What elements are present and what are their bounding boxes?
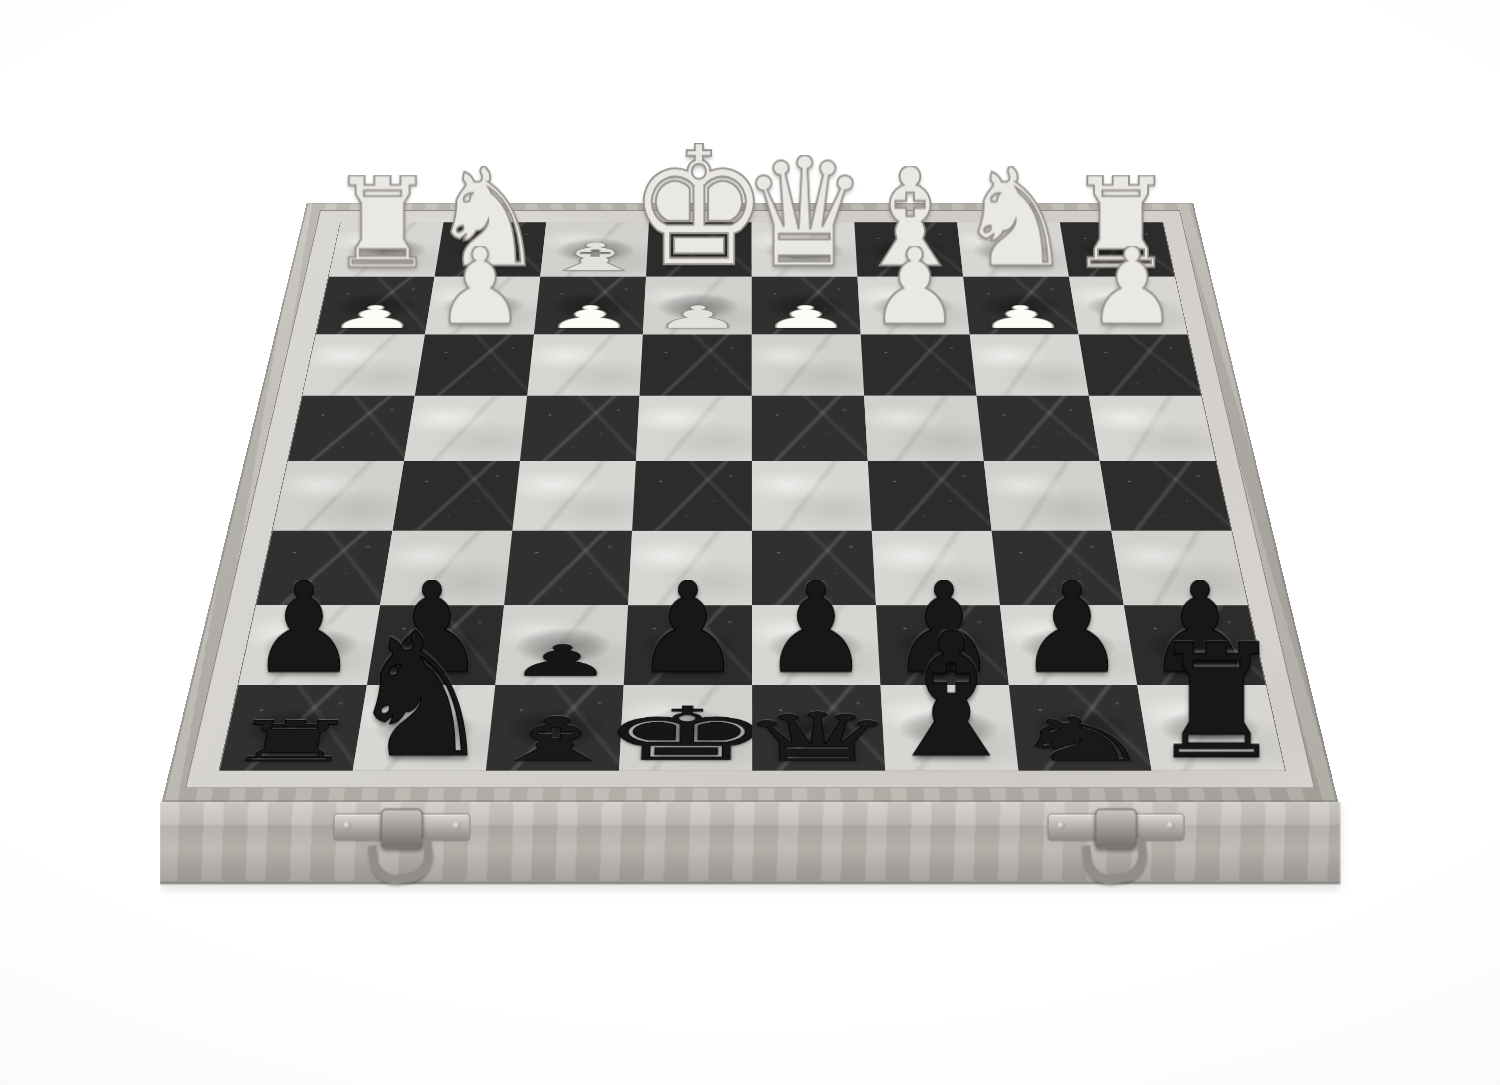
screw-icon [1167,821,1175,829]
screw-icon [1057,821,1065,829]
piece-black-knight: ♞ [927,716,1237,764]
piece-shadow [1141,628,1247,665]
square-f7: ♟ [495,605,628,685]
square-d7: ♟ [752,605,880,685]
square-f1: ♝ [540,222,649,276]
square-h3 [302,334,424,395]
square-f2: ♟ [534,277,646,335]
square-e8: ♚ [619,685,752,771]
square-c1: ♝ [854,222,963,276]
wooden-box-lid: ♜♞♝♚♛♝♞♜♟♟♟♟♟♟♟♟♟♟♟♟♟♟♟♟♜♞♝♚♛♝♞♜ [162,203,1338,802]
piece-white-rook: ♜ [999,174,1243,272]
square-c6 [872,531,1000,605]
piece-shadow [343,238,429,263]
piece-shadow [766,709,869,748]
square-h7: ♟ [239,605,381,685]
piece-white-pawn: ♟ [246,305,500,329]
square-a6 [1111,531,1247,605]
piece-shadow [448,238,533,263]
piece-shadow [331,293,420,320]
piece-shadow [891,628,993,665]
square-a4 [1089,396,1216,461]
piece-shadow [635,709,738,748]
box-front-face [160,802,1341,885]
photograph-scene: ♜♞♝♚♛♝♞♜♟♟♟♟♟♟♟♟♟♟♟♟♟♟♟♟♜♞♝♚♛♝♞♜ [0,0,1500,1085]
piece-shadow [1016,628,1120,665]
piece-shadow [547,293,633,320]
square-g6 [380,531,512,605]
piece-white-queen: ♛ [683,154,927,272]
perspective-wrapper: ♜♞♝♚♛♝♞♜♟♟♟♟♟♟♟♟♟♟♟♟♟♟♟♟♜♞♝♚♛♝♞♜ [0,0,1500,1085]
square-f5 [512,461,636,531]
piece-shadow [658,238,740,263]
clasp-right [1047,811,1184,846]
piece-white-bishop: ♝ [472,242,716,272]
square-d2: ♟ [752,277,861,335]
chess-board: ♜♞♝♚♛♝♞♜♟♟♟♟♟♟♟♟♟♟♟♟♟♟♟♟♜♞♝♚♛♝♞♜ [218,222,1286,771]
square-d5 [752,461,872,531]
piece-white-knight: ♞ [366,166,610,272]
piece-white-pawn: ♟ [896,305,1149,329]
square-g2: ♟ [425,277,540,335]
piece-white-pawn: ♟ [681,305,932,329]
piece-shadow [553,238,636,263]
piece-shadow [970,238,1055,263]
clasp-loop [1081,837,1150,888]
square-b4 [977,396,1100,461]
square-f6 [504,531,632,605]
square-e6 [628,531,752,605]
square-g8: ♞ [353,685,496,771]
marble-slab: ♜♞♝♚♛♝♞♜♟♟♟♟♟♟♟♟♟♟♟♟♟♟♟♟♜♞♝♚♛♝♞♜ [185,210,1315,788]
square-e2: ♟ [643,277,752,335]
piece-white-bishop: ♝ [788,166,1032,272]
piece-shadow [977,293,1064,320]
piece-white-pawn: ♟ [463,305,715,329]
square-d8: ♛ [752,685,885,771]
piece-white-pawn: ♟ [1007,246,1258,329]
piece-black-bishop: ♝ [400,716,708,764]
square-b7: ♟ [1000,605,1137,685]
square-c7: ♟ [876,605,1009,685]
square-b3 [970,334,1089,395]
piece-white-pawn: ♟ [789,246,1040,329]
square-g5 [392,461,519,531]
piece-shadow [896,709,1001,748]
square-b1: ♞ [957,222,1069,276]
square-b2: ♟ [963,277,1078,335]
square-g4 [404,396,527,461]
square-f8: ♝ [486,685,624,771]
square-c2: ♟ [857,277,969,335]
square-c8: ♝ [880,685,1018,771]
square-a2: ♟ [1069,277,1188,335]
piece-shadow [867,238,950,263]
square-d3 [752,334,864,395]
square-a1: ♜ [1060,222,1175,276]
square-f4 [520,396,640,461]
piece-shadow [439,293,526,320]
piece-shadow [1083,293,1172,320]
piece-shadow [766,628,866,665]
piece-shadow [371,709,478,748]
clasp-left [333,811,470,846]
square-e3 [640,334,752,395]
square-a3 [1079,334,1202,395]
square-d6 [752,531,876,605]
piece-white-pawn: ♟ [355,246,606,329]
piece-shadow [1026,709,1134,748]
square-g1: ♞ [435,222,547,276]
square-b8: ♞ [1009,685,1152,771]
square-h6 [256,531,392,605]
square-h1: ♜ [329,222,444,276]
square-h2: ♟ [316,277,434,335]
square-d1: ♛ [752,222,858,276]
piece-shadow [763,293,848,320]
square-e1: ♚ [646,222,752,276]
piece-white-knight: ♞ [894,166,1138,272]
piece-shadow [763,238,845,263]
square-e4 [636,396,752,461]
square-h4 [288,396,415,461]
square-a5 [1100,461,1231,531]
square-b6 [992,531,1124,605]
clasp-loop [367,837,436,888]
piece-white-rook: ♜ [261,174,505,272]
piece-white-pawn: ♟ [572,305,823,329]
square-c4 [864,396,984,461]
piece-white-king: ♚ [577,143,821,272]
piece-shadow [870,293,956,320]
square-b5 [984,461,1112,531]
square-f3 [527,334,643,395]
square-e7: ♟ [624,605,752,685]
piece-shadow [1074,238,1160,263]
piece-shadow [1156,709,1266,748]
square-d4 [752,396,868,461]
square-e5 [632,461,752,531]
piece-shadow [257,628,363,665]
square-a8: ♜ [1137,685,1284,771]
piece-shadow [656,293,740,320]
piece-shadow [503,709,608,748]
screw-icon [343,821,351,829]
square-h5 [273,461,404,531]
square-a7: ♟ [1124,605,1266,685]
square-h8: ♜ [220,685,367,771]
piece-shadow [512,628,613,665]
screw-icon [453,821,461,829]
square-g7: ♟ [367,605,504,685]
square-c3 [861,334,977,395]
piece-shadow [384,628,488,665]
square-c5 [868,461,992,531]
piece-black-king: ♚ [532,706,839,764]
square-g3 [415,334,534,395]
piece-shadow [239,709,349,748]
piece-shadow [639,628,738,665]
